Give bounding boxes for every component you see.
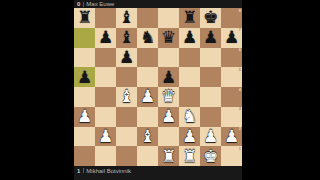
square-f8[interactable]: ♜ [179,8,200,28]
square-g2[interactable]: ♟ [200,127,221,147]
piece-white-rook-f1[interactable]: ♜ [182,147,197,164]
piece-white-rook-e1[interactable]: ♜ [161,147,176,164]
square-e3[interactable]: ♟ [158,107,179,127]
square-b4[interactable] [95,87,116,107]
player-bar-separator [83,2,84,7]
player-top-name: Max Euwe [86,1,114,7]
piece-black-queen-e7[interactable]: ♛ [161,29,176,46]
square-d3[interactable] [137,107,158,127]
square-b5[interactable] [95,67,116,87]
player-top-score: 0 [76,1,81,7]
square-a6[interactable] [74,48,95,68]
square-h1[interactable]: 1 [221,146,242,166]
player-bar-separator [83,168,84,173]
player-bottom-score: 1 [76,168,81,174]
player-bar-top: 0 Max Euwe [74,0,242,8]
square-c4[interactable]: ♝ [116,87,137,107]
square-g4[interactable] [200,87,221,107]
square-h4[interactable]: 4 [221,87,242,107]
square-c3[interactable] [116,107,137,127]
square-a2[interactable] [74,127,95,147]
chess-board[interactable]: ♜♝♜♚8♟♝♞♛♟♟7♟♟6♟♟5♝♟♛4♟♟♞3♟♝♟♟2♟♜♜♚1 [74,8,242,166]
square-f4[interactable] [179,87,200,107]
square-h3[interactable]: 3 [221,107,242,127]
square-f6[interactable] [179,48,200,68]
piece-white-pawn-g2[interactable]: ♟ [203,127,218,144]
rank-coordinate-8: 8 [239,9,241,13]
square-c1[interactable] [116,146,137,166]
rank-coordinate-1: 1 [239,147,241,151]
rank-coordinate-4: 4 [239,88,241,92]
square-h8[interactable]: 8 [221,8,242,28]
square-b1[interactable] [95,146,116,166]
piece-black-pawn-g7[interactable]: ♟ [203,29,218,46]
piece-black-bishop-c7[interactable]: ♝ [119,29,134,46]
piece-white-pawn-e3[interactable]: ♟ [161,108,176,125]
piece-black-pawn-e5[interactable]: ♟ [161,68,176,85]
square-e4[interactable]: ♛ [158,87,179,107]
square-a7[interactable] [74,28,95,48]
piece-black-knight-d7[interactable]: ♞ [140,29,155,46]
player-bar-bottom: 1 Mikhail Botvinnik [74,166,242,180]
piece-black-bishop-c8[interactable]: ♝ [119,9,134,26]
piece-white-pawn-b2[interactable]: ♟ [98,127,113,144]
square-c6[interactable]: ♟ [116,48,137,68]
rank-coordinate-2: 2 [239,127,241,131]
chess-app-column: 0 Max Euwe ♜♝♜♚8♟♝♞♛♟♟7♟♟6♟♟5♝♟♛4♟♟♞3♟♝♟… [74,0,242,180]
square-e6[interactable] [158,48,179,68]
square-f2[interactable]: ♟ [179,127,200,147]
piece-white-knight-f3[interactable]: ♞ [182,108,197,125]
piece-white-pawn-h2[interactable]: ♟ [224,127,239,144]
piece-white-pawn-a3[interactable]: ♟ [77,108,92,125]
square-f3[interactable]: ♞ [179,107,200,127]
square-d4[interactable]: ♟ [137,87,158,107]
square-b2[interactable]: ♟ [95,127,116,147]
square-f7[interactable]: ♟ [179,28,200,48]
piece-white-bishop-d2[interactable]: ♝ [140,127,155,144]
piece-black-pawn-h7[interactable]: ♟ [224,29,239,46]
square-a3[interactable]: ♟ [74,107,95,127]
square-b3[interactable] [95,107,116,127]
piece-black-pawn-a5[interactable]: ♟ [77,68,92,85]
square-b6[interactable] [95,48,116,68]
piece-black-pawn-c6[interactable]: ♟ [119,48,134,65]
square-b8[interactable] [95,8,116,28]
square-e7[interactable]: ♛ [158,28,179,48]
square-e1[interactable]: ♜ [158,146,179,166]
square-b7[interactable]: ♟ [95,28,116,48]
square-d5[interactable] [137,67,158,87]
piece-black-rook-f8[interactable]: ♜ [182,9,197,26]
square-d6[interactable] [137,48,158,68]
square-g3[interactable] [200,107,221,127]
rank-coordinate-7: 7 [239,28,241,32]
square-c2[interactable] [116,127,137,147]
square-h7[interactable]: 7♟ [221,28,242,48]
square-h5[interactable]: 5 [221,67,242,87]
square-g8[interactable]: ♚ [200,8,221,28]
piece-white-bishop-c4[interactable]: ♝ [119,88,134,105]
player-bottom-name: Mikhail Botvinnik [86,168,131,174]
square-g7[interactable]: ♟ [200,28,221,48]
square-a1[interactable] [74,146,95,166]
square-a8[interactable]: ♜ [74,8,95,28]
piece-white-queen-e4[interactable]: ♛ [161,88,176,105]
piece-black-pawn-b7[interactable]: ♟ [98,29,113,46]
square-c8[interactable]: ♝ [116,8,137,28]
square-c5[interactable] [116,67,137,87]
rank-coordinate-5: 5 [239,68,241,72]
square-a5[interactable]: ♟ [74,67,95,87]
square-d1[interactable] [137,146,158,166]
square-d2[interactable]: ♝ [137,127,158,147]
piece-black-king-g8[interactable]: ♚ [203,9,218,26]
square-f1[interactable]: ♜ [179,146,200,166]
square-e5[interactable]: ♟ [158,67,179,87]
square-e2[interactable] [158,127,179,147]
square-g5[interactable] [200,67,221,87]
square-d7[interactable]: ♞ [137,28,158,48]
square-c7[interactable]: ♝ [116,28,137,48]
piece-white-pawn-d4[interactable]: ♟ [140,88,155,105]
square-g6[interactable] [200,48,221,68]
square-g1[interactable]: ♚ [200,146,221,166]
video-frame: 0 Max Euwe ♜♝♜♚8♟♝♞♛♟♟7♟♟6♟♟5♝♟♛4♟♟♞3♟♝♟… [0,0,320,180]
piece-white-pawn-f2[interactable]: ♟ [182,127,197,144]
square-a4[interactable] [74,87,95,107]
rank-coordinate-6: 6 [239,48,241,52]
square-d8[interactable] [137,8,158,28]
rank-coordinate-3: 3 [239,107,241,111]
square-f5[interactable] [179,67,200,87]
square-e8[interactable] [158,8,179,28]
piece-black-rook-a8[interactable]: ♜ [77,9,92,26]
square-h6[interactable]: 6 [221,48,242,68]
piece-black-pawn-f7[interactable]: ♟ [182,29,197,46]
piece-white-king-g1[interactable]: ♚ [203,147,218,164]
square-h2[interactable]: 2♟ [221,127,242,147]
